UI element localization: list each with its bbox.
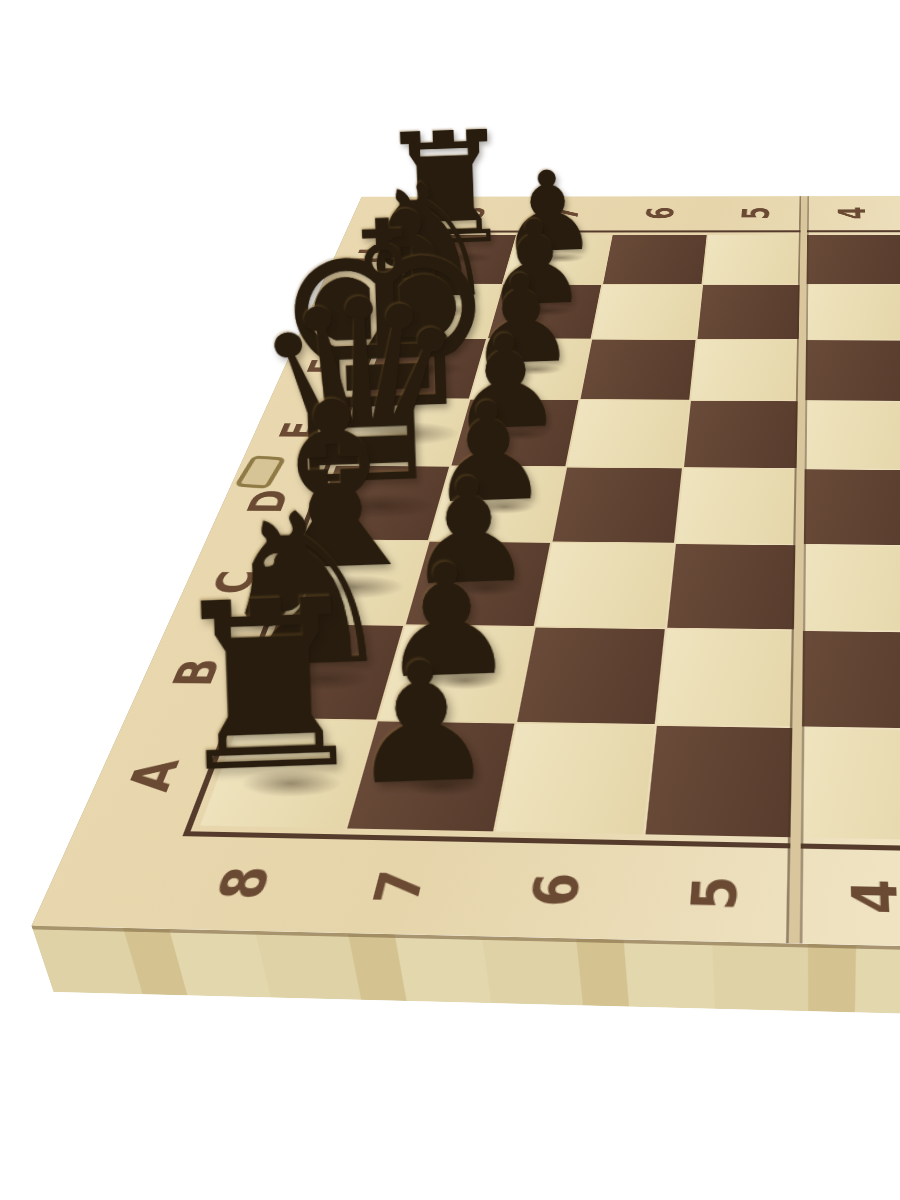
square-e4[interactable] [802,401,900,469]
square-f5[interactable] [691,340,801,400]
square-g4[interactable] [803,285,900,340]
rank-label-far-5: 5 [737,207,774,219]
rank-label-near-4: 4 [844,879,900,915]
square-a4[interactable] [797,728,900,840]
chess-board: ABCDEFGH8877665544332211 ♜♟♞♟♝♟♚♟♛♟♝♟♞♟♜… [32,195,900,962]
rank-label-near-7: 7 [365,869,433,904]
square-g5[interactable] [697,285,802,339]
square-h5[interactable] [703,235,803,284]
rank-label-far-6: 6 [641,207,679,219]
rank-label-far-8: 8 [451,207,491,219]
square-f4[interactable] [802,340,900,401]
square-g7[interactable] [488,285,601,339]
photo-canvas: ABCDEFGH8877665544332211 ♜♟♞♟♝♟♚♟♛♟♝♟♞♟♜… [0,0,900,1200]
square-h6[interactable] [603,235,707,284]
rank-label-far-7: 7 [546,207,585,219]
square-b5[interactable] [657,629,797,726]
square-d5[interactable] [676,468,800,544]
square-b4[interactable] [798,631,900,729]
perspective-scene: ABCDEFGH8877665544332211 ♜♟♞♟♝♟♚♟♛♟♝♟♞♟♜… [0,0,900,1200]
square-c5[interactable] [667,544,798,629]
rank-label-far-4: 4 [834,207,871,220]
piece-black-pawn-a7[interactable]: ♟ [256,634,587,811]
square-h7[interactable] [504,235,611,284]
square-d4[interactable] [801,469,900,545]
rank-label-near-8: 8 [209,866,280,901]
square-a5[interactable] [646,726,796,837]
camera-roll-wrapper: ABCDEFGH8877665544332211 ♜♟♞♟♝♟♚♟♛♟♝♟♞♟♜… [0,0,900,1200]
square-e5[interactable] [684,401,801,468]
rank-label-near-5: 5 [683,875,746,911]
square-c4[interactable] [800,545,900,631]
square-h4[interactable] [804,235,900,284]
square-g6[interactable] [592,285,701,339]
rank-label-near-6: 6 [523,872,589,908]
